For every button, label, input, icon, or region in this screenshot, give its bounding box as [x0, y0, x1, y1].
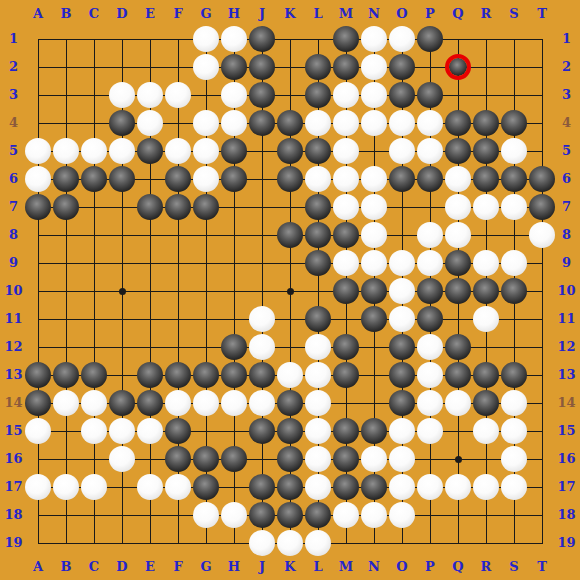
stone-white-P5	[417, 138, 443, 164]
col-label-bottom-C: C	[80, 560, 108, 573]
stone-white-G4	[193, 110, 219, 136]
stone-white-N16	[361, 446, 387, 472]
stone-white-P17	[417, 474, 443, 500]
col-label-top-A: A	[24, 7, 52, 20]
row-label-left-7: 7	[0, 200, 27, 214]
stone-black-P10	[417, 278, 443, 304]
row-label-left-3: 3	[0, 88, 27, 102]
stone-white-O18	[389, 502, 415, 528]
row-label-left-4: 4	[0, 116, 27, 130]
stone-white-P4	[417, 110, 443, 136]
star-point-D10	[119, 288, 126, 295]
stone-white-R9	[473, 250, 499, 276]
col-label-bottom-N: N	[360, 560, 388, 573]
stone-black-O14	[389, 390, 415, 416]
row-label-right-13: 13	[553, 368, 580, 382]
stone-white-M3	[333, 82, 359, 108]
stone-black-F16	[165, 446, 191, 472]
stone-black-M10	[333, 278, 359, 304]
star-point-K10	[287, 288, 294, 295]
stone-black-E14	[137, 390, 163, 416]
stone-black-K18	[277, 502, 303, 528]
stone-white-Q17	[445, 474, 471, 500]
stone-black-O6	[389, 166, 415, 192]
stone-white-B5	[53, 138, 79, 164]
stone-black-M15	[333, 418, 359, 444]
stone-white-E17	[137, 474, 163, 500]
stone-white-M7	[333, 194, 359, 220]
stone-black-B13	[53, 362, 79, 388]
row-label-right-10: 10	[553, 284, 580, 298]
stone-white-H18	[221, 502, 247, 528]
stone-black-K17	[277, 474, 303, 500]
stone-black-M1	[333, 26, 359, 52]
stone-black-H5	[221, 138, 247, 164]
stone-black-M17	[333, 474, 359, 500]
row-label-right-5: 5	[553, 144, 580, 158]
stone-black-T6	[529, 166, 555, 192]
stone-black-C13	[81, 362, 107, 388]
stone-white-O9	[389, 250, 415, 276]
stone-white-L13	[305, 362, 331, 388]
stone-white-L17	[305, 474, 331, 500]
last-move-marker-Q2	[445, 54, 471, 80]
stone-white-L4	[305, 110, 331, 136]
row-label-left-15: 15	[0, 424, 27, 438]
stone-black-N11	[361, 306, 387, 332]
col-label-top-B: B	[52, 7, 80, 20]
col-label-top-N: N	[360, 7, 388, 20]
stone-black-J17	[249, 474, 275, 500]
col-label-top-C: C	[80, 7, 108, 20]
row-label-left-13: 13	[0, 368, 27, 382]
stone-black-F7	[165, 194, 191, 220]
stone-black-G16	[193, 446, 219, 472]
stone-white-Q7	[445, 194, 471, 220]
stone-black-G7	[193, 194, 219, 220]
row-label-left-10: 10	[0, 284, 27, 298]
stone-white-R7	[473, 194, 499, 220]
row-label-right-12: 12	[553, 340, 580, 354]
stone-white-M6	[333, 166, 359, 192]
row-label-left-18: 18	[0, 508, 27, 522]
stone-black-L18	[305, 502, 331, 528]
stone-black-Q4	[445, 110, 471, 136]
stone-black-H6	[221, 166, 247, 192]
row-label-right-16: 16	[553, 452, 580, 466]
stone-black-D6	[109, 166, 135, 192]
stone-white-S15	[501, 418, 527, 444]
stone-white-P8	[417, 222, 443, 248]
stone-black-L7	[305, 194, 331, 220]
stone-black-E13	[137, 362, 163, 388]
col-label-top-E: E	[136, 7, 164, 20]
stone-black-K15	[277, 418, 303, 444]
stone-white-C17	[81, 474, 107, 500]
stone-black-E5	[137, 138, 163, 164]
col-label-top-F: F	[164, 7, 192, 20]
stone-white-O11	[389, 306, 415, 332]
stone-black-J13	[249, 362, 275, 388]
stone-white-Q6	[445, 166, 471, 192]
row-label-left-9: 9	[0, 256, 27, 270]
stone-black-L9	[305, 250, 331, 276]
stone-white-S16	[501, 446, 527, 472]
stone-black-P11	[417, 306, 443, 332]
stone-white-O5	[389, 138, 415, 164]
stone-white-N4	[361, 110, 387, 136]
row-label-right-19: 19	[553, 536, 580, 550]
stone-black-R5	[473, 138, 499, 164]
stone-white-R17	[473, 474, 499, 500]
stone-white-S17	[501, 474, 527, 500]
col-label-bottom-K: K	[276, 560, 304, 573]
col-label-bottom-E: E	[136, 560, 164, 573]
col-label-top-R: R	[472, 7, 500, 20]
stone-black-Q10	[445, 278, 471, 304]
stone-white-O15	[389, 418, 415, 444]
col-label-top-M: M	[332, 7, 360, 20]
col-label-bottom-M: M	[332, 560, 360, 573]
stone-white-A15	[25, 418, 51, 444]
col-label-bottom-H: H	[220, 560, 248, 573]
stone-white-G6	[193, 166, 219, 192]
stone-black-A14	[25, 390, 51, 416]
stone-black-S6	[501, 166, 527, 192]
stone-white-K19	[277, 530, 303, 556]
col-label-bottom-S: S	[500, 560, 528, 573]
stone-black-K5	[277, 138, 303, 164]
row-label-left-17: 17	[0, 480, 27, 494]
row-label-left-12: 12	[0, 340, 27, 354]
stone-white-S5	[501, 138, 527, 164]
col-label-bottom-F: F	[164, 560, 192, 573]
stone-white-P14	[417, 390, 443, 416]
row-label-left-5: 5	[0, 144, 27, 158]
col-label-top-H: H	[220, 7, 248, 20]
stone-black-L3	[305, 82, 331, 108]
row-label-right-14: 14	[553, 396, 580, 410]
stone-black-D14	[109, 390, 135, 416]
col-label-bottom-B: B	[52, 560, 80, 573]
stone-white-G2	[193, 54, 219, 80]
stone-black-S4	[501, 110, 527, 136]
stone-white-J12	[249, 334, 275, 360]
stone-white-D16	[109, 446, 135, 472]
stone-white-L14	[305, 390, 331, 416]
stone-black-L8	[305, 222, 331, 248]
col-label-top-O: O	[388, 7, 416, 20]
stone-white-B14	[53, 390, 79, 416]
stone-black-H16	[221, 446, 247, 472]
stone-white-P15	[417, 418, 443, 444]
stone-black-R4	[473, 110, 499, 136]
col-label-top-D: D	[108, 7, 136, 20]
stone-black-B7	[53, 194, 79, 220]
stone-black-E7	[137, 194, 163, 220]
stone-white-K13	[277, 362, 303, 388]
stone-black-M13	[333, 362, 359, 388]
row-label-right-17: 17	[553, 480, 580, 494]
row-label-left-1: 1	[0, 32, 27, 46]
stone-black-H2	[221, 54, 247, 80]
stone-white-S9	[501, 250, 527, 276]
stone-white-N2	[361, 54, 387, 80]
stone-black-D4	[109, 110, 135, 136]
stone-white-H14	[221, 390, 247, 416]
stone-white-N9	[361, 250, 387, 276]
stone-black-P3	[417, 82, 443, 108]
stone-white-E4	[137, 110, 163, 136]
stone-black-R10	[473, 278, 499, 304]
stone-black-L11	[305, 306, 331, 332]
stone-white-M9	[333, 250, 359, 276]
stone-white-B17	[53, 474, 79, 500]
col-label-top-L: L	[304, 7, 332, 20]
stone-white-D5	[109, 138, 135, 164]
row-label-left-16: 16	[0, 452, 27, 466]
stone-white-N18	[361, 502, 387, 528]
stone-white-J11	[249, 306, 275, 332]
col-label-bottom-J: J	[248, 560, 276, 573]
stone-black-A7	[25, 194, 51, 220]
row-label-right-9: 9	[553, 256, 580, 270]
stone-black-G17	[193, 474, 219, 500]
row-label-left-11: 11	[0, 312, 27, 326]
stone-black-R13	[473, 362, 499, 388]
stone-white-C14	[81, 390, 107, 416]
stone-white-R15	[473, 418, 499, 444]
stone-white-Q8	[445, 222, 471, 248]
stone-white-O1	[389, 26, 415, 52]
stone-white-N1	[361, 26, 387, 52]
stone-white-L15	[305, 418, 331, 444]
stone-black-P1	[417, 26, 443, 52]
stone-white-O17	[389, 474, 415, 500]
stone-black-F13	[165, 362, 191, 388]
stone-black-M12	[333, 334, 359, 360]
stone-white-G1	[193, 26, 219, 52]
col-label-top-G: G	[192, 7, 220, 20]
stone-black-N10	[361, 278, 387, 304]
stone-white-J19	[249, 530, 275, 556]
stone-black-B6	[53, 166, 79, 192]
stone-white-A6	[25, 166, 51, 192]
row-label-right-4: 4	[553, 116, 580, 130]
stone-black-S13	[501, 362, 527, 388]
stone-white-L12	[305, 334, 331, 360]
col-label-top-T: T	[528, 7, 556, 20]
stone-white-J14	[249, 390, 275, 416]
stone-white-F3	[165, 82, 191, 108]
stone-black-C6	[81, 166, 107, 192]
stone-black-H13	[221, 362, 247, 388]
stone-white-L6	[305, 166, 331, 192]
stone-black-R14	[473, 390, 499, 416]
stone-black-F15	[165, 418, 191, 444]
star-point-Q16	[455, 456, 462, 463]
stone-white-G18	[193, 502, 219, 528]
col-label-bottom-R: R	[472, 560, 500, 573]
stone-black-K16	[277, 446, 303, 472]
col-label-top-Q: Q	[444, 7, 472, 20]
stone-black-L2	[305, 54, 331, 80]
col-label-bottom-G: G	[192, 560, 220, 573]
row-label-left-2: 2	[0, 60, 27, 74]
stone-white-O4	[389, 110, 415, 136]
col-label-bottom-T: T	[528, 560, 556, 573]
stone-white-D15	[109, 418, 135, 444]
stone-white-Q14	[445, 390, 471, 416]
stone-black-L5	[305, 138, 331, 164]
stone-black-J2	[249, 54, 275, 80]
col-label-bottom-A: A	[24, 560, 52, 573]
stone-black-Q9	[445, 250, 471, 276]
stone-white-T8	[529, 222, 555, 248]
stone-white-N7	[361, 194, 387, 220]
stone-black-K4	[277, 110, 303, 136]
stone-white-R11	[473, 306, 499, 332]
stone-black-N15	[361, 418, 387, 444]
stone-black-R6	[473, 166, 499, 192]
stone-white-E15	[137, 418, 163, 444]
stone-black-M8	[333, 222, 359, 248]
stone-black-J3	[249, 82, 275, 108]
row-label-left-14: 14	[0, 396, 27, 410]
stone-white-H4	[221, 110, 247, 136]
stone-white-L19	[305, 530, 331, 556]
stone-black-M2	[333, 54, 359, 80]
col-label-bottom-O: O	[388, 560, 416, 573]
row-label-right-3: 3	[553, 88, 580, 102]
stone-white-O16	[389, 446, 415, 472]
row-label-right-2: 2	[553, 60, 580, 74]
stone-black-A13	[25, 362, 51, 388]
stone-white-S7	[501, 194, 527, 220]
row-label-left-6: 6	[0, 172, 27, 186]
stone-white-H1	[221, 26, 247, 52]
stone-black-N17	[361, 474, 387, 500]
stone-black-H12	[221, 334, 247, 360]
row-label-right-1: 1	[553, 32, 580, 46]
stone-black-G13	[193, 362, 219, 388]
stone-white-P9	[417, 250, 443, 276]
stone-white-N8	[361, 222, 387, 248]
stone-black-J4	[249, 110, 275, 136]
col-label-bottom-L: L	[304, 560, 332, 573]
row-label-right-11: 11	[553, 312, 580, 326]
stone-white-F17	[165, 474, 191, 500]
stone-black-O13	[389, 362, 415, 388]
row-label-right-7: 7	[553, 200, 580, 214]
stone-black-J15	[249, 418, 275, 444]
stone-white-N3	[361, 82, 387, 108]
stone-white-E3	[137, 82, 163, 108]
col-label-top-K: K	[276, 7, 304, 20]
stone-white-C15	[81, 418, 107, 444]
row-label-left-19: 19	[0, 536, 27, 550]
stone-white-M5	[333, 138, 359, 164]
stone-white-G5	[193, 138, 219, 164]
stone-black-K14	[277, 390, 303, 416]
stone-black-O12	[389, 334, 415, 360]
stone-black-Q12	[445, 334, 471, 360]
row-label-right-18: 18	[553, 508, 580, 522]
stone-black-O3	[389, 82, 415, 108]
stone-white-H3	[221, 82, 247, 108]
stone-white-G14	[193, 390, 219, 416]
stone-black-P6	[417, 166, 443, 192]
stone-white-A17	[25, 474, 51, 500]
stone-black-T7	[529, 194, 555, 220]
stone-white-M18	[333, 502, 359, 528]
col-label-top-J: J	[248, 7, 276, 20]
stone-black-O2	[389, 54, 415, 80]
stone-black-Q5	[445, 138, 471, 164]
stone-white-P12	[417, 334, 443, 360]
stone-white-D3	[109, 82, 135, 108]
stone-black-S10	[501, 278, 527, 304]
stone-black-M16	[333, 446, 359, 472]
stone-black-F6	[165, 166, 191, 192]
stone-white-S14	[501, 390, 527, 416]
stone-white-L16	[305, 446, 331, 472]
col-label-top-S: S	[500, 7, 528, 20]
col-label-top-P: P	[416, 7, 444, 20]
row-label-right-15: 15	[553, 424, 580, 438]
stone-white-F5	[165, 138, 191, 164]
row-label-right-8: 8	[553, 228, 580, 242]
stone-black-K6	[277, 166, 303, 192]
stone-white-C5	[81, 138, 107, 164]
stone-black-J18	[249, 502, 275, 528]
stone-white-O10	[389, 278, 415, 304]
row-label-right-6: 6	[553, 172, 580, 186]
col-label-bottom-D: D	[108, 560, 136, 573]
stone-white-P13	[417, 362, 443, 388]
row-label-left-8: 8	[0, 228, 27, 242]
stone-white-F14	[165, 390, 191, 416]
stone-white-N6	[361, 166, 387, 192]
stone-black-Q13	[445, 362, 471, 388]
stone-white-M4	[333, 110, 359, 136]
stone-white-A5	[25, 138, 51, 164]
stone-black-J1	[249, 26, 275, 52]
go-board-app: ABCDEFGHJKLMNOPQRST ABCDEFGHJKLMNOPQRST …	[0, 0, 580, 580]
col-label-bottom-Q: Q	[444, 560, 472, 573]
col-label-bottom-P: P	[416, 560, 444, 573]
stone-black-K8	[277, 222, 303, 248]
